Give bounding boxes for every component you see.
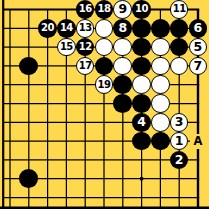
stone-black-setup <box>170 19 189 38</box>
stone-black-setup <box>132 57 151 76</box>
move-number: 14 <box>60 23 73 33</box>
stone-white-move-15: 15 <box>57 38 76 57</box>
move-number: 12 <box>79 42 92 52</box>
stone-white-setup <box>151 113 170 132</box>
stone-black-move-14: 14 <box>57 19 76 38</box>
move-number: 6 <box>194 22 203 35</box>
stone-white-setup <box>170 57 189 76</box>
stone-black-move-2: 2 <box>170 151 189 170</box>
stone-black-move-4: 4 <box>132 113 151 132</box>
move-number: 8 <box>118 22 127 35</box>
stone-black-setup <box>132 132 151 151</box>
stone-black-move-6: 6 <box>189 19 208 38</box>
move-number: 2 <box>175 153 184 166</box>
move-number: 20 <box>41 23 54 33</box>
stone-white-setup <box>132 75 151 94</box>
stone-white-move-1: 1 <box>170 132 189 151</box>
move-number: 17 <box>79 60 92 70</box>
stone-white-setup <box>151 38 170 57</box>
stone-white-setup <box>95 38 114 57</box>
stone-black-setup <box>132 94 151 113</box>
stone-black-move-8: 8 <box>113 19 132 38</box>
move-number: 1 <box>175 134 184 147</box>
move-number: 15 <box>60 42 73 52</box>
move-number: 4 <box>137 116 146 129</box>
point-label-A[interactable]: A <box>190 134 205 149</box>
stone-black-setup <box>151 19 170 38</box>
move-number: 3 <box>175 116 184 129</box>
stone-white-move-13: 13 <box>76 19 95 38</box>
stone-black-move-10: 10 <box>132 0 151 19</box>
stone-white-move-5: 5 <box>189 38 208 57</box>
stone-black-setup <box>19 169 38 188</box>
stone-black-setup <box>132 19 151 38</box>
stone-black-setup <box>95 57 114 76</box>
go-board[interactable]: 1618910112014138615125177194312A <box>1 0 208 207</box>
stone-black-setup <box>132 38 151 57</box>
stone-white-move-3: 3 <box>170 113 189 132</box>
move-number: 16 <box>79 4 92 14</box>
move-number: 7 <box>194 59 203 72</box>
stone-white-setup <box>113 57 132 76</box>
stone-black-move-18: 18 <box>95 0 114 19</box>
stone-black-setup <box>170 38 189 57</box>
stone-black-setup <box>151 132 170 151</box>
move-number: 5 <box>194 40 203 53</box>
stone-white-move-7: 7 <box>189 57 208 76</box>
stone-black-setup <box>113 75 132 94</box>
move-number: 18 <box>98 4 111 14</box>
stone-black-setup <box>19 57 38 76</box>
move-number: 11 <box>173 4 186 14</box>
go-problem-diagram: 1618910112014138615125177194312A <box>0 0 209 209</box>
stone-black-move-20: 20 <box>38 19 57 38</box>
move-number: 10 <box>135 4 148 14</box>
stone-white-move-9: 9 <box>113 0 132 19</box>
stone-white-move-19: 19 <box>95 75 114 94</box>
stone-black-move-16: 16 <box>76 0 95 19</box>
stone-white-move-17: 17 <box>76 57 95 76</box>
move-number: 9 <box>118 3 127 16</box>
stone-white-setup <box>95 19 114 38</box>
stone-white-setup <box>151 57 170 76</box>
stone-white-setup <box>151 75 170 94</box>
stone-white-setup <box>151 94 170 113</box>
move-number: 19 <box>98 79 111 89</box>
stone-black-move-12: 12 <box>76 38 95 57</box>
stone-white-move-11: 11 <box>170 0 189 19</box>
move-number: 13 <box>79 23 92 33</box>
stone-white-setup <box>113 38 132 57</box>
stone-black-setup <box>113 94 132 113</box>
